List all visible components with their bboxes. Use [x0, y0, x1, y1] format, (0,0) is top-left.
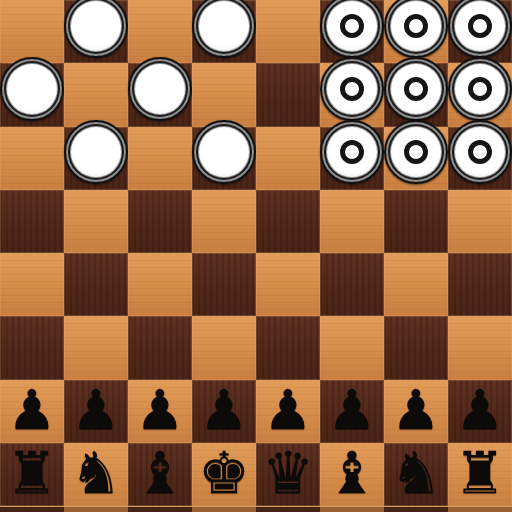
square-r0-c6[interactable]	[384, 0, 448, 63]
square-r7-c3[interactable]: ♚	[192, 443, 256, 506]
square-r6-c4[interactable]: ♟	[256, 380, 320, 443]
board-edge-segment	[0, 507, 64, 512]
square-r5-c7[interactable]	[448, 316, 512, 379]
white-checker-man[interactable]	[192, 120, 256, 184]
square-r3-c4[interactable]	[256, 190, 320, 253]
square-r3-c5[interactable]	[320, 190, 384, 253]
black-pawn[interactable]: ♟	[327, 379, 376, 442]
square-r0-c3[interactable]	[192, 0, 256, 63]
square-r6-c2[interactable]: ♟	[128, 380, 192, 443]
black-pawn[interactable]: ♟	[391, 379, 440, 442]
white-checker-man[interactable]	[64, 120, 128, 184]
square-r0-c7[interactable]	[448, 0, 512, 63]
square-r6-c3[interactable]: ♟	[192, 380, 256, 443]
black-pawn[interactable]: ♟	[71, 379, 120, 442]
square-r4-c7[interactable]	[448, 253, 512, 316]
square-r2-c3[interactable]	[192, 127, 256, 190]
white-checker-king[interactable]	[384, 57, 448, 121]
black-queen[interactable]: ♛	[262, 442, 314, 505]
square-r6-c5[interactable]: ♟	[320, 380, 384, 443]
square-r5-c1[interactable]	[64, 316, 128, 379]
square-r3-c7[interactable]	[448, 190, 512, 253]
square-r2-c0[interactable]	[0, 127, 64, 190]
square-r0-c2[interactable]	[128, 0, 192, 63]
square-r1-c2[interactable]	[128, 63, 192, 126]
white-checker-king[interactable]	[448, 0, 512, 58]
black-rook[interactable]: ♜	[454, 442, 506, 505]
black-pawn[interactable]: ♟	[135, 379, 184, 442]
black-bishop[interactable]: ♝	[134, 442, 186, 505]
square-r4-c3[interactable]	[192, 253, 256, 316]
white-checker-king[interactable]	[320, 57, 384, 121]
square-r4-c6[interactable]	[384, 253, 448, 316]
square-r3-c0[interactable]	[0, 190, 64, 253]
square-r1-c5[interactable]	[320, 63, 384, 126]
game-board: ♟♟♟♟♟♟♟♟♜♞♝♚♛♝♞♜	[0, 0, 512, 506]
square-r2-c1[interactable]	[64, 127, 128, 190]
white-checker-man[interactable]	[0, 57, 64, 121]
square-r0-c1[interactable]	[64, 0, 128, 63]
square-r4-c5[interactable]	[320, 253, 384, 316]
board-edge-segment	[64, 507, 128, 512]
square-r1-c3[interactable]	[192, 63, 256, 126]
board-edge-segment	[128, 507, 192, 512]
black-knight[interactable]: ♞	[390, 442, 442, 505]
black-pawn[interactable]: ♟	[7, 379, 56, 442]
black-rook[interactable]: ♜	[6, 442, 58, 505]
black-pawn[interactable]: ♟	[455, 379, 504, 442]
square-r3-c3[interactable]	[192, 190, 256, 253]
square-r7-c2[interactable]: ♝	[128, 443, 192, 506]
square-r0-c5[interactable]	[320, 0, 384, 63]
square-r2-c2[interactable]	[128, 127, 192, 190]
square-r6-c6[interactable]: ♟	[384, 380, 448, 443]
square-r6-c0[interactable]: ♟	[0, 380, 64, 443]
square-r7-c7[interactable]: ♜	[448, 443, 512, 506]
square-r7-c6[interactable]: ♞	[384, 443, 448, 506]
board-edge-segment	[448, 507, 512, 512]
square-r2-c7[interactable]	[448, 127, 512, 190]
black-bishop[interactable]: ♝	[326, 442, 378, 505]
white-checker-king[interactable]	[448, 57, 512, 121]
square-r5-c0[interactable]	[0, 316, 64, 379]
square-r7-c5[interactable]: ♝	[320, 443, 384, 506]
board-bottom-edge	[0, 506, 512, 512]
square-r1-c7[interactable]	[448, 63, 512, 126]
square-r3-c2[interactable]	[128, 190, 192, 253]
square-r3-c1[interactable]	[64, 190, 128, 253]
white-checker-king[interactable]	[384, 120, 448, 184]
square-r4-c0[interactable]	[0, 253, 64, 316]
square-r1-c1[interactable]	[64, 63, 128, 126]
square-r2-c4[interactable]	[256, 127, 320, 190]
board-edge-segment	[192, 507, 256, 512]
square-r5-c5[interactable]	[320, 316, 384, 379]
black-king[interactable]: ♚	[198, 442, 250, 505]
square-r7-c0[interactable]: ♜	[0, 443, 64, 506]
square-r6-c1[interactable]: ♟	[64, 380, 128, 443]
white-checker-man[interactable]	[64, 0, 128, 58]
square-r6-c7[interactable]: ♟	[448, 380, 512, 443]
square-r4-c4[interactable]	[256, 253, 320, 316]
square-r5-c6[interactable]	[384, 316, 448, 379]
square-r1-c0[interactable]	[0, 63, 64, 126]
square-r5-c2[interactable]	[128, 316, 192, 379]
board-edge-segment	[320, 507, 384, 512]
black-pawn[interactable]: ♟	[263, 379, 312, 442]
black-knight[interactable]: ♞	[70, 442, 122, 505]
square-r0-c4[interactable]	[256, 0, 320, 63]
board-edge-segment	[256, 507, 320, 512]
black-pawn[interactable]: ♟	[199, 379, 248, 442]
white-checker-king[interactable]	[384, 0, 448, 58]
square-r1-c6[interactable]	[384, 63, 448, 126]
white-checker-man[interactable]	[128, 57, 192, 121]
white-checker-man[interactable]	[192, 0, 256, 58]
square-r5-c3[interactable]	[192, 316, 256, 379]
square-r2-c6[interactable]	[384, 127, 448, 190]
white-checker-king[interactable]	[320, 0, 384, 58]
square-r3-c6[interactable]	[384, 190, 448, 253]
square-r0-c0[interactable]	[0, 0, 64, 63]
square-r4-c1[interactable]	[64, 253, 128, 316]
square-r4-c2[interactable]	[128, 253, 192, 316]
square-r1-c4[interactable]	[256, 63, 320, 126]
square-r7-c4[interactable]: ♛	[256, 443, 320, 506]
white-checker-king[interactable]	[320, 120, 384, 184]
square-r7-c1[interactable]: ♞	[64, 443, 128, 506]
square-r5-c4[interactable]	[256, 316, 320, 379]
square-r2-c5[interactable]	[320, 127, 384, 190]
white-checker-king[interactable]	[448, 120, 512, 184]
board-edge-segment	[384, 507, 448, 512]
